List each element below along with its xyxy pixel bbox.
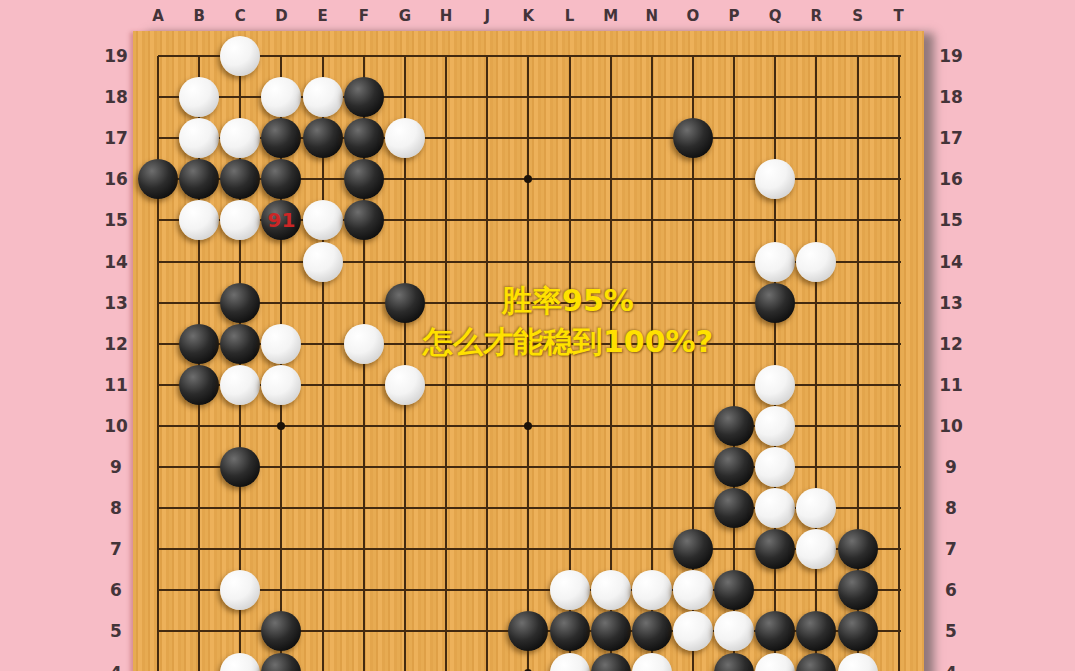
row-label-left-13: 13 <box>104 293 128 313</box>
row-label-left-11: 11 <box>104 375 128 395</box>
stone-black-D5 <box>261 611 301 651</box>
stone-black-M4 <box>591 653 631 671</box>
stone-black-D17 <box>261 118 301 158</box>
star-point-K16 <box>524 175 532 183</box>
grid-line-horizontal <box>158 55 901 57</box>
stone-white-O6 <box>673 570 713 610</box>
stone-white-Q9 <box>755 447 795 487</box>
stone-black-A16 <box>138 159 178 199</box>
stone-black-F15 <box>344 200 384 240</box>
grid-line-vertical <box>486 56 488 671</box>
row-label-left-9: 9 <box>110 457 122 477</box>
star-point-K10 <box>524 422 532 430</box>
stone-white-C11 <box>220 365 260 405</box>
column-label-H: H <box>440 7 453 25</box>
stone-black-P4 <box>714 653 754 671</box>
stone-white-M6 <box>591 570 631 610</box>
row-label-left-7: 7 <box>110 539 122 559</box>
stone-white-D12 <box>261 324 301 364</box>
row-label-left-8: 8 <box>110 498 122 518</box>
stone-black-E17 <box>303 118 343 158</box>
row-label-left-10: 10 <box>104 416 128 436</box>
stone-white-E15 <box>303 200 343 240</box>
row-label-left-15: 15 <box>104 210 128 230</box>
column-label-E: E <box>317 7 327 25</box>
stone-black-D4 <box>261 653 301 671</box>
row-label-left-19: 19 <box>104 46 128 66</box>
stone-black-F17 <box>344 118 384 158</box>
stone-white-S4 <box>838 653 878 671</box>
column-label-S: S <box>852 7 863 25</box>
row-label-right-14: 14 <box>939 252 963 272</box>
row-label-right-10: 10 <box>939 416 963 436</box>
grid-line-vertical <box>898 56 900 671</box>
stone-black-Q7 <box>755 529 795 569</box>
stone-black-B12 <box>179 324 219 364</box>
subtitle-line-1: 胜率95% <box>368 280 768 321</box>
stone-white-B18 <box>179 77 219 117</box>
move-number-label: 91 <box>268 210 296 230</box>
row-label-left-6: 6 <box>110 580 122 600</box>
stone-white-O5 <box>673 611 713 651</box>
column-label-C: C <box>235 7 246 25</box>
stone-white-C17 <box>220 118 260 158</box>
column-label-O: O <box>687 7 700 25</box>
row-label-right-16: 16 <box>939 169 963 189</box>
column-label-G: G <box>399 7 411 25</box>
stone-black-P8 <box>714 488 754 528</box>
row-label-right-8: 8 <box>945 498 957 518</box>
stone-black-R4 <box>796 653 836 671</box>
stone-black-F18 <box>344 77 384 117</box>
stone-black-N5 <box>632 611 672 651</box>
grid-line-vertical <box>157 56 159 671</box>
stone-black-L5 <box>550 611 590 651</box>
row-label-right-12: 12 <box>939 334 963 354</box>
column-label-P: P <box>729 7 740 25</box>
stone-black-C12 <box>220 324 260 364</box>
stone-white-C19 <box>220 36 260 76</box>
subtitle-line-2: 怎么才能稳到100%? <box>368 321 768 362</box>
column-label-F: F <box>359 7 369 25</box>
grid-line-horizontal <box>158 589 901 591</box>
stone-white-C15 <box>220 200 260 240</box>
stone-white-B17 <box>179 118 219 158</box>
stone-white-N6 <box>632 570 672 610</box>
star-point-D10 <box>277 422 285 430</box>
column-label-Q: Q <box>769 7 782 25</box>
stone-black-S5 <box>838 611 878 651</box>
column-label-N: N <box>646 7 659 25</box>
stone-black-M5 <box>591 611 631 651</box>
column-label-B: B <box>193 7 204 25</box>
row-label-left-16: 16 <box>104 169 128 189</box>
stone-white-P5 <box>714 611 754 651</box>
row-label-left-4: 4 <box>110 663 122 671</box>
stone-black-R5 <box>796 611 836 651</box>
stone-white-D11 <box>261 365 301 405</box>
stone-black-B16 <box>179 159 219 199</box>
column-label-T: T <box>894 7 904 25</box>
stone-black-C13 <box>220 283 260 323</box>
row-label-left-14: 14 <box>104 252 128 272</box>
stone-black-Q5 <box>755 611 795 651</box>
grid-line-vertical <box>774 56 776 671</box>
stone-black-D16 <box>261 159 301 199</box>
stone-white-G17 <box>385 118 425 158</box>
column-label-L: L <box>565 7 575 25</box>
stone-white-E14 <box>303 242 343 282</box>
row-label-right-13: 13 <box>939 293 963 313</box>
row-label-right-19: 19 <box>939 46 963 66</box>
stone-white-Q4 <box>755 653 795 671</box>
row-label-right-6: 6 <box>945 580 957 600</box>
stone-black-P6 <box>714 570 754 610</box>
stone-white-Q14 <box>755 242 795 282</box>
stone-black-C16 <box>220 159 260 199</box>
column-label-A: A <box>152 7 164 25</box>
stone-white-N4 <box>632 653 672 671</box>
column-label-R: R <box>811 7 823 25</box>
stone-black-B11 <box>179 365 219 405</box>
row-label-right-5: 5 <box>945 621 957 641</box>
column-label-M: M <box>603 7 618 25</box>
stone-white-C4 <box>220 653 260 671</box>
stone-black-D15: 91 <box>261 200 301 240</box>
row-label-left-12: 12 <box>104 334 128 354</box>
row-label-right-7: 7 <box>945 539 957 559</box>
stone-white-Q10 <box>755 406 795 446</box>
row-label-right-15: 15 <box>939 210 963 230</box>
column-label-K: K <box>523 7 535 25</box>
stone-black-P9 <box>714 447 754 487</box>
row-label-left-17: 17 <box>104 128 128 148</box>
stone-black-K5 <box>508 611 548 651</box>
stone-white-R8 <box>796 488 836 528</box>
stone-white-C6 <box>220 570 260 610</box>
stone-white-D18 <box>261 77 301 117</box>
column-label-D: D <box>275 7 287 25</box>
stone-black-O17 <box>673 118 713 158</box>
stone-white-R14 <box>796 242 836 282</box>
stone-white-B15 <box>179 200 219 240</box>
stone-black-F16 <box>344 159 384 199</box>
stone-white-G11 <box>385 365 425 405</box>
row-label-right-9: 9 <box>945 457 957 477</box>
stone-white-Q8 <box>755 488 795 528</box>
page-background: 91 胜率95% 怎么才能稳到100%? ABCDEFGHJKLMNOPQRST… <box>0 0 1075 671</box>
stone-white-E18 <box>303 77 343 117</box>
stone-white-Q11 <box>755 365 795 405</box>
stone-black-C9 <box>220 447 260 487</box>
subtitle-overlay: 胜率95% 怎么才能稳到100%? <box>368 280 768 362</box>
stone-black-P10 <box>714 406 754 446</box>
row-label-right-18: 18 <box>939 87 963 107</box>
row-label-right-17: 17 <box>939 128 963 148</box>
stone-black-O7 <box>673 529 713 569</box>
row-label-left-5: 5 <box>110 621 122 641</box>
stone-white-Q16 <box>755 159 795 199</box>
stone-white-L4 <box>550 653 590 671</box>
row-label-right-11: 11 <box>939 375 963 395</box>
grid-line-vertical <box>815 56 817 671</box>
grid-line-vertical <box>445 56 447 671</box>
stone-white-R7 <box>796 529 836 569</box>
grid-line-vertical <box>527 56 529 671</box>
stone-black-S6 <box>838 570 878 610</box>
stone-black-S7 <box>838 529 878 569</box>
row-label-right-4: 4 <box>945 663 957 671</box>
row-label-left-18: 18 <box>104 87 128 107</box>
column-label-J: J <box>484 7 490 25</box>
stone-white-L6 <box>550 570 590 610</box>
